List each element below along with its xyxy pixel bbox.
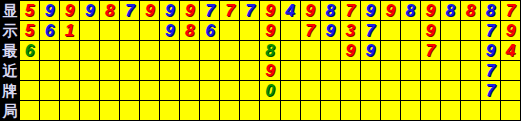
grid-cell <box>220 21 240 41</box>
grid-cell <box>120 101 140 121</box>
grid-cell <box>301 101 321 121</box>
grid-cell <box>281 81 301 101</box>
grid-cell <box>100 101 120 121</box>
grid-cell: 9 <box>421 21 441 41</box>
grid-cell <box>100 61 120 81</box>
grid-cell <box>281 101 301 121</box>
grid-cell: 9 <box>481 41 501 61</box>
grid-cell: 5 <box>20 1 40 21</box>
grid-cell <box>140 21 160 41</box>
grid-cell <box>421 61 441 81</box>
grid-cell <box>441 41 461 61</box>
grid-cell <box>20 81 40 101</box>
grid-cell <box>80 81 100 101</box>
grid-cell: 8 <box>100 1 120 21</box>
grid-cell <box>321 101 341 121</box>
grid-cell: 7 <box>220 1 240 21</box>
grid-cell <box>301 81 321 101</box>
grid-cell <box>180 41 200 61</box>
grid-cell <box>281 21 301 41</box>
grid-cell <box>100 21 120 41</box>
grid-cell <box>461 61 481 81</box>
result-grid: 5999879997779498799898887561986979379796… <box>20 0 521 121</box>
grid-cell <box>240 101 260 121</box>
grid-cell: 8 <box>481 1 501 21</box>
recent-hands-board: 显 示 最 近 牌 局 5999879997779498799898887561… <box>0 0 521 121</box>
grid-cell <box>160 101 180 121</box>
grid-cell <box>441 21 461 41</box>
grid-cell: 9 <box>260 21 280 41</box>
grid-cell: 9 <box>381 1 401 21</box>
grid-cell <box>481 101 501 121</box>
grid-cell: 6 <box>20 41 40 61</box>
grid-cell: 9 <box>361 41 381 61</box>
grid-cell <box>321 61 341 81</box>
grid-cell <box>80 41 100 61</box>
grid-cell <box>220 81 240 101</box>
grid-cell <box>160 81 180 101</box>
grid-cell: 9 <box>180 1 200 21</box>
grid-cell: 7 <box>481 81 501 101</box>
grid-cell: 8 <box>321 1 341 21</box>
grid-cell <box>341 81 361 101</box>
grid-cell <box>140 101 160 121</box>
grid-cell: 9 <box>40 1 60 21</box>
grid-cell <box>80 101 100 121</box>
grid-cell <box>461 101 481 121</box>
board-title-vertical: 显 示 最 近 牌 局 <box>0 0 20 121</box>
grid-cell <box>501 101 521 121</box>
grid-cell: 6 <box>200 21 220 41</box>
grid-cell <box>501 61 521 81</box>
grid-cell: 8 <box>441 1 461 21</box>
grid-cell <box>100 81 120 101</box>
grid-cell <box>20 61 40 81</box>
grid-cell <box>200 61 220 81</box>
grid-cell <box>80 61 100 81</box>
grid-cell <box>160 41 180 61</box>
grid-cell: 7 <box>421 41 441 61</box>
grid-cell <box>140 41 160 61</box>
grid-cell <box>281 61 301 81</box>
grid-cell: 7 <box>481 21 501 41</box>
grid-cell <box>120 21 140 41</box>
grid-cell: 7 <box>240 1 260 21</box>
grid-cell <box>60 81 80 101</box>
grid-cell <box>220 61 240 81</box>
grid-cell <box>401 101 421 121</box>
title-char: 局 <box>0 101 20 121</box>
title-char: 最 <box>0 40 20 60</box>
grid-cell: 9 <box>160 1 180 21</box>
grid-cell: 8 <box>180 21 200 41</box>
grid-cell <box>40 61 60 81</box>
grid-cell <box>281 41 301 61</box>
grid-cell <box>441 101 461 121</box>
grid-cell <box>401 41 421 61</box>
grid-cell <box>381 21 401 41</box>
grid-cell: 7 <box>481 61 501 81</box>
grid-cell <box>200 41 220 61</box>
grid-cell: 5 <box>20 21 40 41</box>
grid-cell: 9 <box>80 1 100 21</box>
grid-cell <box>361 61 381 81</box>
grid-cell: 9 <box>60 1 80 21</box>
grid-cell <box>341 61 361 81</box>
grid-cell: 4 <box>501 41 521 61</box>
grid-cell <box>381 101 401 121</box>
grid-cell: 0 <box>260 81 280 101</box>
grid-cell <box>381 81 401 101</box>
grid-cell <box>401 21 421 41</box>
grid-cell: 7 <box>501 1 521 21</box>
grid-cell <box>40 101 60 121</box>
grid-cell <box>220 101 240 121</box>
grid-cell <box>381 41 401 61</box>
grid-cell <box>140 61 160 81</box>
grid-cell: 9 <box>361 1 381 21</box>
grid-cell <box>321 81 341 101</box>
grid-cell: 7 <box>200 1 220 21</box>
grid-cell: 6 <box>40 21 60 41</box>
grid-cell: 3 <box>341 21 361 41</box>
grid-cell <box>401 61 421 81</box>
grid-cell <box>381 61 401 81</box>
grid-cell <box>260 101 280 121</box>
grid-cell: 9 <box>260 1 280 21</box>
grid-cell <box>200 81 220 101</box>
grid-cell <box>220 41 240 61</box>
grid-cell <box>40 41 60 61</box>
grid-cell <box>341 101 361 121</box>
grid-cell <box>60 61 80 81</box>
grid-cell <box>361 101 381 121</box>
title-char: 牌 <box>0 81 20 101</box>
grid-cell <box>441 61 461 81</box>
grid-cell <box>40 81 60 101</box>
grid-cell <box>180 101 200 121</box>
grid-cell: 7 <box>341 1 361 21</box>
grid-cell <box>60 101 80 121</box>
grid-cell: 9 <box>421 1 441 21</box>
grid-cell <box>20 101 40 121</box>
grid-cell: 7 <box>301 21 321 41</box>
grid-cell <box>120 41 140 61</box>
grid-cell: 7 <box>361 21 381 41</box>
grid-cell <box>240 41 260 61</box>
grid-cell <box>461 41 481 61</box>
grid-cell: 9 <box>341 41 361 61</box>
grid-cell: 9 <box>140 1 160 21</box>
grid-cell <box>441 81 461 101</box>
grid-cell: 9 <box>260 61 280 81</box>
grid-cell <box>321 41 341 61</box>
grid-cell <box>80 21 100 41</box>
title-char: 显 <box>0 0 20 20</box>
grid-cell <box>180 61 200 81</box>
grid-cell <box>240 21 260 41</box>
grid-cell: 1 <box>60 21 80 41</box>
grid-cell <box>361 81 381 101</box>
grid-cell: 9 <box>301 1 321 21</box>
grid-cell: 4 <box>281 1 301 21</box>
grid-cell <box>461 21 481 41</box>
grid-cell <box>160 61 180 81</box>
grid-cell: 8 <box>260 41 280 61</box>
title-char: 近 <box>0 61 20 81</box>
grid-cell <box>60 41 80 61</box>
title-char: 示 <box>0 20 20 40</box>
grid-cell <box>240 81 260 101</box>
grid-cell <box>120 81 140 101</box>
grid-cell <box>240 61 260 81</box>
grid-cell <box>501 81 521 101</box>
grid-cell: 8 <box>461 1 481 21</box>
grid-cell <box>200 101 220 121</box>
grid-cell <box>421 101 441 121</box>
grid-cell <box>100 41 120 61</box>
grid-cell: 7 <box>120 1 140 21</box>
grid-cell: 9 <box>160 21 180 41</box>
grid-cell <box>180 81 200 101</box>
grid-cell <box>421 81 441 101</box>
grid-cell <box>401 81 421 101</box>
grid-cell: 9 <box>501 21 521 41</box>
grid-cell <box>140 81 160 101</box>
grid-cell <box>301 61 321 81</box>
grid-cell: 9 <box>321 21 341 41</box>
grid-cell <box>120 61 140 81</box>
grid-cell: 8 <box>401 1 421 21</box>
grid-cell <box>461 81 481 101</box>
grid-cell <box>301 41 321 61</box>
